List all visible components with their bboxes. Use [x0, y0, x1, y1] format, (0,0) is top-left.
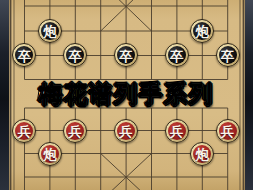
piece-face: 兵 — [66, 122, 84, 140]
piece-face: 炮 — [193, 22, 211, 40]
piece-face: 卒 — [117, 46, 135, 64]
red-soldier[interactable]: 兵 — [216, 119, 240, 143]
red-cannon[interactable]: 炮 — [38, 142, 62, 166]
black-soldier[interactable]: 卒 — [216, 43, 240, 67]
piece-face: 卒 — [168, 46, 186, 64]
piece-character: 炮 — [43, 147, 57, 161]
red-soldier[interactable]: 兵 — [165, 119, 189, 143]
red-cannon[interactable]: 炮 — [190, 142, 214, 166]
series-title-overlay: 梅花谱列手系列 — [0, 79, 253, 110]
black-cannon[interactable]: 炮 — [190, 19, 214, 43]
black-cannon[interactable]: 炮 — [38, 19, 62, 43]
piece-face: 卒 — [15, 46, 33, 64]
piece-character: 炮 — [195, 25, 209, 39]
piece-face: 炮 — [193, 145, 211, 163]
piece-character: 卒 — [119, 49, 133, 63]
piece-character: 卒 — [18, 49, 32, 63]
piece-character: 卒 — [69, 49, 83, 63]
piece-character: 炮 — [43, 25, 57, 39]
piece-face: 兵 — [117, 122, 135, 140]
red-soldier[interactable]: 兵 — [12, 119, 36, 143]
piece-character: 兵 — [221, 124, 235, 138]
piece-face: 卒 — [219, 46, 237, 64]
piece-face: 炮 — [41, 22, 59, 40]
black-soldier[interactable]: 卒 — [114, 43, 138, 67]
red-soldier[interactable]: 兵 — [114, 119, 138, 143]
piece-character: 兵 — [18, 124, 32, 138]
black-soldier[interactable]: 卒 — [63, 43, 87, 67]
piece-character: 卒 — [170, 49, 184, 63]
black-soldier[interactable]: 卒 — [165, 43, 189, 67]
piece-character: 卒 — [221, 49, 235, 63]
piece-face: 卒 — [66, 46, 84, 64]
piece-character: 兵 — [170, 124, 184, 138]
piece-character: 炮 — [195, 147, 209, 161]
piece-character: 兵 — [119, 124, 133, 138]
piece-face: 炮 — [41, 145, 59, 163]
red-soldier[interactable]: 兵 — [63, 119, 87, 143]
piece-face: 兵 — [15, 122, 33, 140]
xiangqi-app-frame: 炮炮卒卒卒卒卒兵兵兵兵兵炮炮 梅花谱列手系列 — [0, 0, 253, 190]
piece-face: 兵 — [168, 122, 186, 140]
black-soldier[interactable]: 卒 — [12, 43, 36, 67]
piece-character: 兵 — [69, 124, 83, 138]
piece-face: 兵 — [219, 122, 237, 140]
